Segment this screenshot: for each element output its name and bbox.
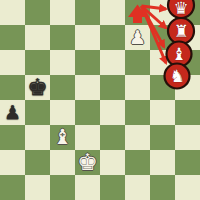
- square-g2[interactable]: [150, 150, 175, 175]
- square-e5[interactable]: [100, 75, 125, 100]
- square-f6[interactable]: [125, 50, 150, 75]
- square-c4[interactable]: [50, 100, 75, 125]
- square-d2[interactable]: ♚: [75, 150, 100, 175]
- square-h3[interactable]: [175, 125, 200, 150]
- square-a8[interactable]: [0, 0, 25, 25]
- square-d3[interactable]: [75, 125, 100, 150]
- square-c8[interactable]: [50, 0, 75, 25]
- square-g1[interactable]: [150, 175, 175, 200]
- square-d5[interactable]: [75, 75, 100, 100]
- square-b2[interactable]: [25, 150, 50, 175]
- square-g3[interactable]: [150, 125, 175, 150]
- square-b3[interactable]: [25, 125, 50, 150]
- promotion-option-rook[interactable]: ♜: [168, 18, 194, 44]
- square-a3[interactable]: [0, 125, 25, 150]
- square-e4[interactable]: [100, 100, 125, 125]
- square-c2[interactable]: [50, 150, 75, 175]
- piece-white-pawn[interactable]: ♟: [125, 25, 150, 50]
- square-f5[interactable]: [125, 75, 150, 100]
- square-c6[interactable]: [50, 50, 75, 75]
- square-d8[interactable]: [75, 0, 100, 25]
- square-a5[interactable]: [0, 75, 25, 100]
- square-c5[interactable]: [50, 75, 75, 100]
- square-c1[interactable]: [50, 175, 75, 200]
- square-b7[interactable]: [25, 25, 50, 50]
- square-a2[interactable]: [0, 150, 25, 175]
- square-d7[interactable]: [75, 25, 100, 50]
- square-f4[interactable]: [125, 100, 150, 125]
- square-e7[interactable]: [100, 25, 125, 50]
- square-f3[interactable]: [125, 125, 150, 150]
- square-a4[interactable]: ♟: [0, 100, 25, 125]
- promotion-option-knight[interactable]: ♞: [165, 64, 190, 89]
- square-c3[interactable]: ♝: [50, 125, 75, 150]
- bishop-icon: ♝: [171, 44, 186, 64]
- chess-board: ♟♚♟♝♚ ♛♜♝♞: [0, 0, 200, 200]
- queen-icon: ♛: [173, 0, 188, 18]
- square-f2[interactable]: [125, 150, 150, 175]
- square-e8[interactable]: [100, 0, 125, 25]
- square-h2[interactable]: [175, 150, 200, 175]
- square-d1[interactable]: [75, 175, 100, 200]
- square-b4[interactable]: [25, 100, 50, 125]
- piece-black-king[interactable]: ♚: [25, 75, 50, 100]
- square-f7[interactable]: ♟: [125, 25, 150, 50]
- square-b8[interactable]: [25, 0, 50, 25]
- square-b5[interactable]: ♚: [25, 75, 50, 100]
- piece-black-pawn[interactable]: ♟: [0, 100, 25, 125]
- square-d4[interactable]: [75, 100, 100, 125]
- square-f1[interactable]: [125, 175, 150, 200]
- square-g4[interactable]: [150, 100, 175, 125]
- square-f8[interactable]: [125, 0, 150, 25]
- square-e2[interactable]: [100, 150, 125, 175]
- promotion-option-queen[interactable]: ♛: [168, 0, 194, 18]
- piece-white-king[interactable]: ♚: [75, 150, 100, 175]
- square-h1[interactable]: [175, 175, 200, 200]
- knight-icon: ♞: [169, 66, 184, 86]
- square-a6[interactable]: [0, 50, 25, 75]
- square-b6[interactable]: [25, 50, 50, 75]
- square-a1[interactable]: [0, 175, 25, 200]
- square-e6[interactable]: [100, 50, 125, 75]
- square-h4[interactable]: [175, 100, 200, 125]
- square-d6[interactable]: [75, 50, 100, 75]
- square-c7[interactable]: [50, 25, 75, 50]
- square-e1[interactable]: [100, 175, 125, 200]
- square-b1[interactable]: [25, 175, 50, 200]
- rook-icon: ♜: [173, 21, 188, 41]
- piece-white-bishop[interactable]: ♝: [50, 125, 75, 150]
- square-a7[interactable]: [0, 25, 25, 50]
- square-e3[interactable]: [100, 125, 125, 150]
